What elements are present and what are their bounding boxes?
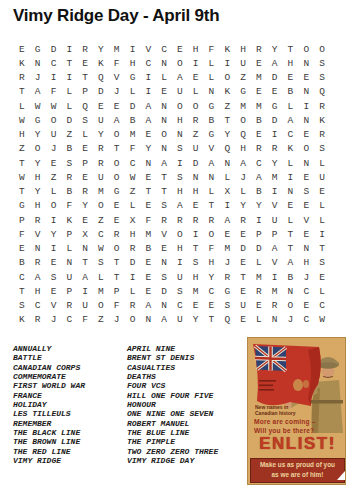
grid-cell-r4c20[interactable]: Q (314, 85, 330, 99)
grid-cell-r20c17[interactable]: N (267, 313, 283, 327)
grid-cell-r1c14[interactable]: K (219, 42, 235, 56)
grid-cell-r15c15[interactable]: D (235, 242, 251, 256)
grid-cell-r18c18[interactable]: N (283, 284, 299, 298)
grid-cell-r8c13[interactable]: V (204, 142, 220, 156)
grid-cell-r11c19[interactable]: S (298, 185, 314, 199)
grid-cell-r18c6[interactable]: M (93, 284, 109, 298)
grid-cell-r8c17[interactable]: R (267, 142, 283, 156)
grid-cell-r7c1[interactable]: H (14, 128, 30, 142)
grid-cell-r15c20[interactable]: T (314, 242, 330, 256)
grid-cell-r20c10[interactable]: A (156, 313, 172, 327)
grid-cell-r16c15[interactable]: E (235, 256, 251, 270)
grid-cell-r1c11[interactable]: E (172, 42, 188, 56)
grid-cell-r14c9[interactable]: M (140, 227, 156, 241)
grid-cell-r4c14[interactable]: K (219, 85, 235, 99)
grid-cell-r19c12[interactable]: E (188, 299, 204, 313)
grid-cell-r19c19[interactable]: E (298, 299, 314, 313)
grid-cell-r10c8[interactable]: W (125, 170, 141, 184)
grid-cell-r17c3[interactable]: S (46, 270, 62, 284)
grid-cell-r6c13[interactable]: B (204, 113, 220, 127)
grid-cell-r14c18[interactable]: T (283, 227, 299, 241)
grid-cell-r3c9[interactable]: I (140, 71, 156, 85)
grid-cell-r12c4[interactable]: F (61, 199, 77, 213)
grid-cell-r10c6[interactable]: U (93, 170, 109, 184)
grid-cell-r3c1[interactable]: R (14, 71, 30, 85)
grid-cell-r18c16[interactable]: R (251, 284, 267, 298)
grid-cell-r3c15[interactable]: Z (235, 71, 251, 85)
grid-cell-r5c5[interactable]: Q (77, 99, 93, 113)
grid-cell-r17c6[interactable]: L (93, 270, 109, 284)
grid-cell-r14c16[interactable]: P (251, 227, 267, 241)
grid-cell-r14c6[interactable]: C (93, 227, 109, 241)
grid-cell-r12c6[interactable]: O (93, 199, 109, 213)
grid-cell-r7c16[interactable]: E (251, 128, 267, 142)
grid-cell-r12c17[interactable]: V (267, 199, 283, 213)
grid-cell-r1c1[interactable]: E (14, 42, 30, 56)
grid-cell-r18c5[interactable]: I (77, 284, 93, 298)
grid-cell-r7c10[interactable]: O (156, 128, 172, 142)
grid-cell-r11c3[interactable]: L (46, 185, 62, 199)
grid-cell-r8c8[interactable]: F (125, 142, 141, 156)
grid-cell-r12c8[interactable]: L (125, 199, 141, 213)
grid-cell-r8c11[interactable]: S (172, 142, 188, 156)
grid-cell-r17c19[interactable]: J (298, 270, 314, 284)
grid-cell-r9c18[interactable]: L (283, 156, 299, 170)
grid-cell-r7c2[interactable]: Y (30, 128, 46, 142)
grid-cell-r7c11[interactable]: N (172, 128, 188, 142)
grid-cell-r19c9[interactable]: A (140, 299, 156, 313)
grid-cell-r15c11[interactable]: H (172, 242, 188, 256)
grid-cell-r14c12[interactable]: I (188, 227, 204, 241)
grid-cell-r2c6[interactable]: K (93, 56, 109, 70)
grid-cell-r13c11[interactable]: R (172, 213, 188, 227)
grid-cell-r13c18[interactable]: L (283, 213, 299, 227)
grid-cell-r18c11[interactable]: S (172, 284, 188, 298)
grid-cell-r20c3[interactable]: J (46, 313, 62, 327)
grid-cell-r13c6[interactable]: Z (93, 213, 109, 227)
grid-cell-r13c2[interactable]: R (30, 213, 46, 227)
grid-cell-r7c9[interactable]: E (140, 128, 156, 142)
grid-cell-r15c9[interactable]: B (140, 242, 156, 256)
grid-cell-r10c11[interactable]: S (172, 170, 188, 184)
grid-cell-r10c19[interactable]: E (298, 170, 314, 184)
grid-cell-r6c4[interactable]: D (61, 113, 77, 127)
grid-cell-r17c7[interactable]: T (109, 270, 125, 284)
grid-cell-r5c17[interactable]: G (267, 99, 283, 113)
grid-cell-r4c6[interactable]: D (93, 85, 109, 99)
grid-cell-r14c14[interactable]: E (219, 227, 235, 241)
grid-cell-r13c1[interactable]: P (14, 213, 30, 227)
grid-cell-r1c19[interactable]: O (298, 42, 314, 56)
grid-cell-r1c2[interactable]: G (30, 42, 46, 56)
grid-cell-r4c3[interactable]: F (46, 85, 62, 99)
grid-cell-r2c2[interactable]: N (30, 56, 46, 70)
grid-cell-r2c5[interactable]: E (77, 56, 93, 70)
grid-cell-r7c20[interactable]: R (314, 128, 330, 142)
grid-cell-r15c6[interactable]: W (93, 242, 109, 256)
grid-cell-r5c19[interactable]: I (298, 99, 314, 113)
grid-cell-r17c1[interactable]: C (14, 270, 30, 284)
grid-cell-r2c4[interactable]: T (61, 56, 77, 70)
grid-cell-r18c9[interactable]: E (140, 284, 156, 298)
grid-cell-r10c10[interactable]: T (156, 170, 172, 184)
grid-cell-r11c2[interactable]: Y (30, 185, 46, 199)
grid-cell-r15c5[interactable]: N (77, 242, 93, 256)
grid-cell-r2c14[interactable]: I (219, 56, 235, 70)
grid-cell-r18c8[interactable]: L (125, 284, 141, 298)
grid-cell-r3c7[interactable]: V (109, 71, 125, 85)
grid-cell-r10c1[interactable]: W (14, 170, 30, 184)
grid-cell-r5c3[interactable]: W (46, 99, 62, 113)
grid-cell-r5c13[interactable]: G (204, 99, 220, 113)
grid-cell-r2c19[interactable]: N (298, 56, 314, 70)
grid-cell-r13c19[interactable]: V (298, 213, 314, 227)
grid-cell-r6c19[interactable]: N (298, 113, 314, 127)
grid-cell-r12c15[interactable]: Y (235, 199, 251, 213)
grid-cell-r14c5[interactable]: X (77, 227, 93, 241)
grid-cell-r19c6[interactable]: O (93, 299, 109, 313)
grid-cell-r7c19[interactable]: E (298, 128, 314, 142)
grid-cell-r9c17[interactable]: Y (267, 156, 283, 170)
grid-cell-r9c20[interactable]: L (314, 156, 330, 170)
grid-cell-r10c3[interactable]: Z (46, 170, 62, 184)
grid-cell-r3c6[interactable]: Q (93, 71, 109, 85)
grid-cell-r8c14[interactable]: Q (219, 142, 235, 156)
grid-cell-r10c14[interactable]: L (219, 170, 235, 184)
grid-cell-r11c11[interactable]: H (172, 185, 188, 199)
grid-cell-r7c5[interactable]: L (77, 128, 93, 142)
grid-cell-r8c15[interactable]: H (235, 142, 251, 156)
grid-cell-r3c19[interactable]: E (298, 71, 314, 85)
grid-cell-r14c20[interactable]: I (314, 227, 330, 241)
grid-cell-r10c4[interactable]: R (61, 170, 77, 184)
grid-cell-r1c13[interactable]: F (204, 42, 220, 56)
grid-cell-r2c18[interactable]: H (283, 56, 299, 70)
grid-cell-r14c10[interactable]: V (156, 227, 172, 241)
grid-cell-r10c16[interactable]: A (251, 170, 267, 184)
grid-cell-r9c4[interactable]: S (61, 156, 77, 170)
grid-cell-r6c8[interactable]: B (125, 113, 141, 127)
grid-cell-r6c17[interactable]: D (267, 113, 283, 127)
grid-cell-r1c8[interactable]: I (125, 42, 141, 56)
grid-cell-r1c15[interactable]: H (235, 42, 251, 56)
grid-cell-r9c19[interactable]: N (298, 156, 314, 170)
grid-cell-r16c3[interactable]: E (46, 256, 62, 270)
grid-cell-r20c1[interactable]: K (14, 313, 30, 327)
grid-cell-r5c12[interactable]: O (188, 99, 204, 113)
grid-cell-r13c5[interactable]: E (77, 213, 93, 227)
grid-cell-r10c7[interactable]: O (109, 170, 125, 184)
grid-cell-r6c2[interactable]: G (30, 113, 46, 127)
grid-cell-r15c7[interactable]: O (109, 242, 125, 256)
grid-cell-r6c6[interactable]: U (93, 113, 109, 127)
grid-cell-r19c11[interactable]: C (172, 299, 188, 313)
grid-cell-r15c18[interactable]: T (283, 242, 299, 256)
grid-cell-r8c7[interactable]: T (109, 142, 125, 156)
grid-cell-r3c5[interactable]: T (77, 71, 93, 85)
grid-cell-r15c8[interactable]: R (125, 242, 141, 256)
grid-cell-r10c12[interactable]: N (188, 170, 204, 184)
grid-cell-r16c18[interactable]: A (283, 256, 299, 270)
grid-cell-r17c12[interactable]: H (188, 270, 204, 284)
grid-cell-r2c12[interactable]: I (188, 56, 204, 70)
grid-cell-r11c15[interactable]: L (235, 185, 251, 199)
grid-cell-r2c10[interactable]: N (156, 56, 172, 70)
grid-cell-r4c9[interactable]: I (140, 85, 156, 99)
grid-cell-r16c13[interactable]: H (204, 256, 220, 270)
grid-cell-r14c4[interactable]: P (61, 227, 77, 241)
grid-cell-r20c16[interactable]: L (251, 313, 267, 327)
grid-cell-r4c10[interactable]: E (156, 85, 172, 99)
grid-cell-r6c7[interactable]: A (109, 113, 125, 127)
grid-cell-r16c1[interactable]: B (14, 256, 30, 270)
grid-cell-r4c11[interactable]: U (172, 85, 188, 99)
grid-cell-r15c13[interactable]: F (204, 242, 220, 256)
grid-cell-r10c5[interactable]: E (77, 170, 93, 184)
grid-cell-r6c12[interactable]: R (188, 113, 204, 127)
grid-cell-r10c9[interactable]: E (140, 170, 156, 184)
grid-cell-r7c4[interactable]: Z (61, 128, 77, 142)
grid-cell-r18c15[interactable]: E (235, 284, 251, 298)
grid-cell-r14c11[interactable]: O (172, 227, 188, 241)
grid-cell-r4c16[interactable]: E (251, 85, 267, 99)
grid-cell-r8c19[interactable]: O (298, 142, 314, 156)
grid-cell-r7c13[interactable]: G (204, 128, 220, 142)
grid-cell-r2c20[interactable]: S (314, 56, 330, 70)
grid-cell-r1c6[interactable]: Y (93, 42, 109, 56)
grid-cell-r16c11[interactable]: I (172, 256, 188, 270)
grid-cell-r4c2[interactable]: A (30, 85, 46, 99)
grid-cell-r17c10[interactable]: S (156, 270, 172, 284)
grid-cell-r4c1[interactable]: T (14, 85, 30, 99)
grid-cell-r16c8[interactable]: D (125, 256, 141, 270)
grid-cell-r8c3[interactable]: J (46, 142, 62, 156)
grid-cell-r5c18[interactable]: L (283, 99, 299, 113)
grid-cell-r9c5[interactable]: P (77, 156, 93, 170)
grid-cell-r7c15[interactable]: Q (235, 128, 251, 142)
grid-cell-r19c1[interactable]: S (14, 299, 30, 313)
grid-cell-r5c4[interactable]: L (61, 99, 77, 113)
grid-cell-r20c2[interactable]: R (30, 313, 46, 327)
grid-cell-r8c18[interactable]: K (283, 142, 299, 156)
grid-cell-r20c12[interactable]: Y (188, 313, 204, 327)
grid-cell-r9c9[interactable]: N (140, 156, 156, 170)
grid-cell-r11c5[interactable]: R (77, 185, 93, 199)
grid-cell-r20c20[interactable]: W (314, 313, 330, 327)
grid-cell-r17c8[interactable]: I (125, 270, 141, 284)
grid-cell-r4c5[interactable]: P (77, 85, 93, 99)
grid-cell-r17c13[interactable]: Y (204, 270, 220, 284)
grid-cell-r16c14[interactable]: J (219, 256, 235, 270)
grid-cell-r15c3[interactable]: I (46, 242, 62, 256)
grid-cell-r12c13[interactable]: T (204, 199, 220, 213)
grid-cell-r10c17[interactable]: M (267, 170, 283, 184)
grid-cell-r12c7[interactable]: E (109, 199, 125, 213)
grid-cell-r6c3[interactable]: O (46, 113, 62, 127)
grid-cell-r17c5[interactable]: A (77, 270, 93, 284)
grid-cell-r5c1[interactable]: L (14, 99, 30, 113)
grid-cell-r2c15[interactable]: U (235, 56, 251, 70)
grid-cell-r14c13[interactable]: O (204, 227, 220, 241)
grid-cell-r19c4[interactable]: R (61, 299, 77, 313)
grid-cell-r8c20[interactable]: S (314, 142, 330, 156)
grid-cell-r19c13[interactable]: E (204, 299, 220, 313)
grid-cell-r6c9[interactable]: A (140, 113, 156, 127)
grid-cell-r2c11[interactable]: O (172, 56, 188, 70)
grid-cell-r8c4[interactable]: B (61, 142, 77, 156)
grid-cell-r3c8[interactable]: G (125, 71, 141, 85)
grid-cell-r11c8[interactable]: Z (125, 185, 141, 199)
grid-cell-r1c16[interactable]: R (251, 42, 267, 56)
grid-cell-r16c9[interactable]: E (140, 256, 156, 270)
grid-cell-r13c16[interactable]: I (251, 213, 267, 227)
grid-cell-r16c4[interactable]: N (61, 256, 77, 270)
grid-cell-r14c17[interactable]: P (267, 227, 283, 241)
grid-cell-r13c14[interactable]: A (219, 213, 235, 227)
grid-cell-r18c4[interactable]: P (61, 284, 77, 298)
grid-cell-r8c5[interactable]: E (77, 142, 93, 156)
grid-cell-r14c2[interactable]: V (30, 227, 46, 241)
grid-cell-r9c12[interactable]: D (188, 156, 204, 170)
grid-cell-r11c17[interactable]: I (267, 185, 283, 199)
grid-cell-r3c10[interactable]: L (156, 71, 172, 85)
grid-cell-r7c18[interactable]: C (283, 128, 299, 142)
grid-cell-r5c2[interactable]: W (30, 99, 46, 113)
grid-cell-r2c13[interactable]: L (204, 56, 220, 70)
grid-cell-r18c17[interactable]: M (267, 284, 283, 298)
grid-cell-r5c6[interactable]: E (93, 99, 109, 113)
grid-cell-r4c18[interactable]: B (283, 85, 299, 99)
grid-cell-r15c14[interactable]: M (219, 242, 235, 256)
grid-cell-r3c17[interactable]: D (267, 71, 283, 85)
grid-cell-r1c4[interactable]: I (61, 42, 77, 56)
grid-cell-r10c13[interactable]: N (204, 170, 220, 184)
grid-cell-r11c13[interactable]: L (204, 185, 220, 199)
grid-cell-r19c5[interactable]: U (77, 299, 93, 313)
grid-cell-r9c1[interactable]: T (14, 156, 30, 170)
grid-cell-r13c17[interactable]: U (267, 213, 283, 227)
grid-cell-r16c19[interactable]: H (298, 256, 314, 270)
grid-cell-r1c3[interactable]: D (46, 42, 62, 56)
grid-cell-r10c20[interactable]: U (314, 170, 330, 184)
grid-cell-r12c20[interactable]: L (314, 199, 330, 213)
grid-cell-r13c3[interactable]: I (46, 213, 62, 227)
grid-cell-r18c2[interactable]: H (30, 284, 46, 298)
grid-cell-r20c11[interactable]: U (172, 313, 188, 327)
grid-cell-r3c11[interactable]: A (172, 71, 188, 85)
grid-cell-r18c7[interactable]: P (109, 284, 125, 298)
grid-cell-r5c10[interactable]: N (156, 99, 172, 113)
grid-cell-r19c3[interactable]: V (46, 299, 62, 313)
grid-cell-r11c4[interactable]: B (61, 185, 77, 199)
grid-cell-r1c18[interactable]: T (283, 42, 299, 56)
grid-cell-r16c6[interactable]: S (93, 256, 109, 270)
grid-cell-r3c20[interactable]: S (314, 71, 330, 85)
grid-cell-r17c15[interactable]: T (235, 270, 251, 284)
grid-cell-r14c1[interactable]: F (14, 227, 30, 241)
grid-cell-r6c15[interactable]: O (235, 113, 251, 127)
grid-cell-r1c9[interactable]: V (140, 42, 156, 56)
grid-cell-r11c20[interactable]: E (314, 185, 330, 199)
grid-cell-r19c10[interactable]: N (156, 299, 172, 313)
grid-cell-r18c3[interactable]: E (46, 284, 62, 298)
grid-cell-r9c6[interactable]: R (93, 156, 109, 170)
grid-cell-r11c7[interactable]: G (109, 185, 125, 199)
grid-cell-r7c3[interactable]: U (46, 128, 62, 142)
grid-cell-r9c10[interactable]: A (156, 156, 172, 170)
grid-cell-r5c11[interactable]: O (172, 99, 188, 113)
grid-cell-r17c9[interactable]: E (140, 270, 156, 284)
grid-cell-r2c1[interactable]: K (14, 56, 30, 70)
grid-cell-r20c15[interactable]: E (235, 313, 251, 327)
grid-cell-r4c4[interactable]: L (61, 85, 77, 99)
grid-cell-r6c1[interactable]: W (14, 113, 30, 127)
grid-cell-r10c15[interactable]: J (235, 170, 251, 184)
grid-cell-r19c7[interactable]: F (109, 299, 125, 313)
grid-cell-r16c7[interactable]: T (109, 256, 125, 270)
grid-cell-r11c14[interactable]: X (219, 185, 235, 199)
grid-cell-r16c5[interactable]: T (77, 256, 93, 270)
grid-cell-r3c14[interactable]: O (219, 71, 235, 85)
grid-cell-r15c10[interactable]: E (156, 242, 172, 256)
grid-cell-r15c17[interactable]: A (267, 242, 283, 256)
grid-cell-r9c13[interactable]: A (204, 156, 220, 170)
grid-cell-r19c15[interactable]: U (235, 299, 251, 313)
grid-cell-r20c18[interactable]: J (283, 313, 299, 327)
grid-cell-r8c10[interactable]: N (156, 142, 172, 156)
grid-cell-r20c14[interactable]: Q (219, 313, 235, 327)
grid-cell-r9c14[interactable]: N (219, 156, 235, 170)
grid-cell-r12c3[interactable]: O (46, 199, 62, 213)
grid-cell-r20c6[interactable]: Z (93, 313, 109, 327)
grid-cell-r13c7[interactable]: E (109, 213, 125, 227)
grid-cell-r12c5[interactable]: Y (77, 199, 93, 213)
grid-cell-r17c17[interactable]: I (267, 270, 283, 284)
grid-cell-r18c19[interactable]: C (298, 284, 314, 298)
grid-cell-r12c19[interactable]: E (298, 199, 314, 213)
grid-cell-r17c16[interactable]: M (251, 270, 267, 284)
grid-cell-r19c14[interactable]: S (219, 299, 235, 313)
grid-cell-r8c16[interactable]: R (251, 142, 267, 156)
grid-cell-r5c14[interactable]: Z (219, 99, 235, 113)
grid-cell-r18c1[interactable]: T (14, 284, 30, 298)
grid-cell-r17c4[interactable]: U (61, 270, 77, 284)
grid-cell-r9c11[interactable]: I (172, 156, 188, 170)
grid-cell-r20c9[interactable]: N (140, 313, 156, 327)
grid-cell-r2c7[interactable]: F (109, 56, 125, 70)
grid-cell-r12c2[interactable]: H (30, 199, 46, 213)
grid-cell-r7c12[interactable]: Z (188, 128, 204, 142)
grid-cell-r12c14[interactable]: I (219, 199, 235, 213)
grid-cell-r20c13[interactable]: T (204, 313, 220, 327)
grid-cell-r18c12[interactable]: M (188, 284, 204, 298)
grid-cell-r15c4[interactable]: L (61, 242, 77, 256)
grid-cell-r1c17[interactable]: Y (267, 42, 283, 56)
grid-cell-r11c12[interactable]: H (188, 185, 204, 199)
grid-cell-r6c5[interactable]: S (77, 113, 93, 127)
grid-cell-r14c19[interactable]: E (298, 227, 314, 241)
grid-cell-r18c14[interactable]: G (219, 284, 235, 298)
grid-cell-r2c9[interactable]: C (140, 56, 156, 70)
grid-cell-r13c9[interactable]: F (140, 213, 156, 227)
grid-cell-r8c9[interactable]: Y (140, 142, 156, 156)
grid-cell-r1c10[interactable]: C (156, 42, 172, 56)
grid-cell-r9c8[interactable]: C (125, 156, 141, 170)
grid-cell-r11c1[interactable]: T (14, 185, 30, 199)
grid-cell-r11c6[interactable]: M (93, 185, 109, 199)
grid-cell-r15c2[interactable]: N (30, 242, 46, 256)
grid-cell-r18c20[interactable]: L (314, 284, 330, 298)
